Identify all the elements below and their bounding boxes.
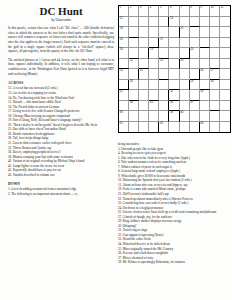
grid-cell[interactable]	[180, 69, 190, 80]
grid-cell[interactable]	[200, 38, 210, 49]
clue-number: 36	[170, 101, 173, 104]
clue-number: 33	[200, 90, 203, 93]
grid-cell[interactable]: 27	[210, 69, 220, 80]
grid-cell[interactable]	[190, 69, 200, 80]
grid-cell[interactable]: 9	[200, 6, 210, 17]
grid-cell[interactable]	[220, 17, 230, 28]
grid-cell[interactable]: 5	[159, 6, 169, 17]
grid-cell[interactable]	[139, 90, 149, 101]
across-clue-list: 12. A cereal but one increased (2 wds.)1…	[8, 86, 114, 177]
clue-number: 40	[180, 111, 183, 114]
grid-cell[interactable]: 11	[220, 6, 230, 17]
grid-cell[interactable]	[159, 80, 169, 91]
grid-cell[interactable]: 15	[180, 27, 190, 38]
crossword-grid: 1234567891011121314151617181920212223242…	[118, 5, 231, 133]
grid-cell[interactable]	[210, 27, 220, 38]
grid-cell[interactable]	[139, 80, 149, 91]
grid-cell[interactable]	[200, 27, 210, 38]
grid-cell[interactable]: 8	[190, 6, 200, 17]
grid-cell[interactable]: 30	[210, 80, 220, 91]
clue-number: 11	[221, 6, 224, 9]
grid-cell[interactable]	[129, 69, 139, 80]
clue-number: 19	[150, 48, 153, 51]
grid-cell[interactable]	[210, 38, 220, 49]
clue-number: 18	[120, 48, 123, 51]
grid-cell[interactable]: 33	[200, 90, 210, 101]
clue-number: 17	[160, 38, 163, 41]
grid-cell[interactable]	[169, 122, 179, 133]
grid-cell[interactable]: 31	[119, 90, 129, 101]
clue-number: 37	[190, 101, 193, 104]
clue-number: 23	[180, 59, 183, 62]
clue-number: 25	[140, 69, 143, 72]
grid-cell[interactable]: 25	[139, 69, 149, 80]
clue-number: 20	[190, 48, 193, 51]
clue-number: 29	[190, 80, 193, 83]
grid-cell[interactable]: 37	[190, 101, 200, 112]
grid-cell[interactable]	[190, 27, 200, 38]
grid-cell[interactable]	[159, 69, 169, 80]
grid-cell[interactable]: 34	[129, 101, 139, 112]
grid-cell[interactable]	[159, 111, 169, 122]
clue-number: 38	[120, 111, 123, 114]
grid-cell[interactable]	[200, 17, 210, 28]
clue-number: 6	[170, 6, 172, 9]
grid-cell[interactable]	[200, 48, 210, 59]
clue-number: 10	[210, 6, 213, 9]
grid-cell[interactable]	[200, 111, 210, 122]
grid-cell[interactable]	[149, 17, 159, 28]
grid-cell[interactable]	[149, 111, 159, 122]
grid-cell[interactable]	[220, 48, 230, 59]
clue: 43. Vandals described in volume one	[8, 173, 114, 178]
grid-cell[interactable]	[149, 59, 159, 70]
grid-cell[interactable]	[129, 122, 139, 133]
grid-cell[interactable]: 1	[119, 6, 129, 17]
grid-cell[interactable]	[139, 17, 149, 28]
grid-cell[interactable]	[180, 90, 190, 101]
grid-cell[interactable]	[139, 101, 149, 112]
clue-number: 42	[160, 122, 163, 125]
grid-cell[interactable]	[159, 90, 169, 101]
clue-number: 8	[190, 6, 192, 9]
clue-number: 26	[200, 69, 203, 72]
clue-number: 24	[120, 69, 123, 72]
clue-number: 4	[150, 6, 152, 9]
grid-cell[interactable]	[149, 80, 159, 91]
clue-number: 7	[180, 6, 182, 9]
grid-cell[interactable]	[180, 80, 190, 91]
grid-cell[interactable]: 22	[159, 59, 169, 70]
grid-cell[interactable]	[159, 101, 169, 112]
clue: 2. The following is an important stateme…	[8, 192, 114, 197]
clue-number: 13	[170, 17, 173, 20]
grid-cell[interactable]	[220, 90, 230, 101]
grid-cell[interactable]	[129, 111, 139, 122]
grid-cell[interactable]: 19	[149, 48, 159, 59]
grid-cell[interactable]	[139, 38, 149, 49]
clue-number: 31	[120, 90, 123, 93]
grid-cell[interactable]: 18	[119, 48, 129, 59]
clue-number: 32	[170, 90, 173, 93]
grid-cell[interactable]	[190, 17, 200, 28]
intro-paragraph-2: The unclued phrases at 1 Across and 44 A…	[8, 58, 114, 77]
grid-cell[interactable]	[159, 17, 169, 28]
grid-cell[interactable]	[220, 38, 230, 49]
grid-cell[interactable]	[200, 101, 210, 112]
grid-cell[interactable]: 7	[180, 6, 190, 17]
grid-cell[interactable]	[180, 48, 190, 59]
grid-cell[interactable]: 24	[119, 69, 129, 80]
grid-cell[interactable]	[139, 27, 149, 38]
down-clue-list-right: being insensitive3. Uncouth people like …	[118, 142, 229, 265]
grid-cell[interactable]	[220, 69, 230, 80]
left-column: DC Hunt by Unacondra In this puzzle, cer…	[8, 5, 114, 196]
grid-cell[interactable]	[210, 48, 220, 59]
grid-cell[interactable]	[220, 27, 230, 38]
grid-cell[interactable]: 32	[169, 90, 179, 101]
grid-cell[interactable]: 43	[200, 122, 210, 133]
clue-number: 1	[120, 6, 122, 9]
grid-cell[interactable]: 35	[149, 101, 159, 112]
clue-number: 9	[200, 6, 202, 9]
clue-number: 28	[130, 80, 133, 83]
grid-cell[interactable]	[180, 122, 190, 133]
grid-cell[interactable]: 21	[129, 59, 139, 70]
grid-cell[interactable]: 26	[200, 69, 210, 80]
grid-cell[interactable]	[220, 59, 230, 70]
grid-cell[interactable]	[129, 48, 139, 59]
grid-cell[interactable]: 17	[159, 38, 169, 49]
grid-cell[interactable]: 20	[190, 48, 200, 59]
grid-cell[interactable]	[139, 122, 149, 133]
grid-cell[interactable]	[210, 122, 220, 133]
grid-cell[interactable]	[169, 69, 179, 80]
down-header: DOWN	[8, 182, 114, 186]
grid-cell[interactable]	[190, 111, 200, 122]
clue-number: 12	[120, 17, 123, 20]
clue-number: 41	[120, 122, 123, 125]
grid-cell[interactable]	[220, 80, 230, 91]
grid-cell[interactable]: 2	[129, 6, 139, 17]
clue-number: 39	[170, 111, 173, 114]
clue-number: 2	[130, 6, 132, 9]
clue-number: 43	[200, 122, 203, 125]
grid-cell[interactable]	[169, 38, 179, 49]
grid-cell[interactable]	[129, 38, 139, 49]
grid-cell[interactable]	[159, 27, 169, 38]
grid-cell[interactable]: 38	[119, 111, 129, 122]
grid-cell[interactable]: 23	[180, 59, 190, 70]
grid-cell[interactable]	[210, 101, 220, 112]
grid-cell[interactable]	[220, 122, 230, 133]
grid-cell[interactable]: 14	[119, 27, 129, 38]
grid-cell[interactable]: 29	[190, 80, 200, 91]
grid-cell[interactable]	[190, 122, 200, 133]
grid-cell[interactable]	[149, 69, 159, 80]
grid-cell[interactable]	[169, 27, 179, 38]
grid-cell[interactable]: 6	[169, 6, 179, 17]
grid-cell[interactable]	[129, 17, 139, 28]
clue-number: 21	[130, 59, 133, 62]
byline: by Unacondra	[8, 18, 114, 22]
down-clue-list-left: 1. Grow fit adding on material from a mo…	[8, 187, 114, 196]
grid-cell[interactable]	[169, 48, 179, 59]
grid-cell[interactable]	[190, 90, 200, 101]
grid-cell[interactable]: 39	[169, 111, 179, 122]
grid-cell[interactable]: 40	[180, 111, 190, 122]
right-column: 1234567891011121314151617181920212223242…	[118, 5, 231, 265]
grid-cell[interactable]: 41	[119, 122, 129, 133]
clue-number: 14	[120, 27, 123, 30]
clue-number: 22	[160, 59, 163, 62]
clue-number: 16	[120, 38, 123, 41]
grid-cell[interactable]	[139, 48, 149, 59]
grid-cell[interactable]	[210, 111, 220, 122]
grid-cell[interactable]	[169, 59, 179, 70]
grid-cell[interactable]: 42	[159, 122, 169, 133]
clue-number: 15	[180, 27, 183, 30]
grid-cell[interactable]	[220, 111, 230, 122]
clue-number: 34	[130, 101, 133, 104]
grid-cell[interactable]	[210, 90, 220, 101]
grid-cell[interactable]	[129, 27, 139, 38]
clue-number: 27	[210, 69, 213, 72]
grid-cell[interactable]	[149, 90, 159, 101]
grid-cell[interactable]: 28	[129, 80, 139, 91]
grid-cell[interactable]	[149, 27, 159, 38]
clue-number: 30	[210, 80, 213, 83]
clue: 39. Mr. Kilmer is upsettingly Bohemian, …	[118, 260, 229, 265]
grid-cell[interactable]	[129, 90, 139, 101]
grid-cell[interactable]	[190, 59, 200, 70]
page-title: DC Hunt	[8, 5, 114, 17]
clue-number: 3	[140, 6, 142, 9]
grid-cell[interactable]	[159, 48, 169, 59]
grid-cell[interactable]: 4	[149, 6, 159, 17]
grid-cell[interactable]	[149, 122, 159, 133]
clue-number: 5	[160, 6, 162, 9]
grid-cell[interactable]	[139, 111, 149, 122]
grid-cell[interactable]: 10	[210, 6, 220, 17]
grid-cell[interactable]	[180, 38, 190, 49]
intro-paragraph-1: In this puzzle, certain clues are what I…	[8, 26, 114, 54]
clue-number: 35	[150, 101, 153, 104]
grid-cell[interactable]	[210, 17, 220, 28]
puzzle-page: DC Hunt by Unacondra In this puzzle, cer…	[0, 0, 232, 300]
across-header: ACROSS	[8, 81, 114, 85]
grid-cell[interactable]	[220, 101, 230, 112]
grid-cell[interactable]: 13	[169, 17, 179, 28]
grid-cell[interactable]: 3	[139, 6, 149, 17]
